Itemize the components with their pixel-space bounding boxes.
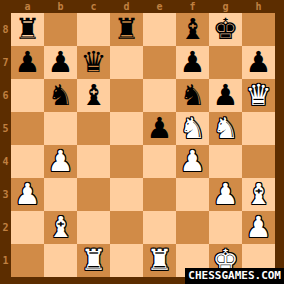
square-f2[interactable] xyxy=(176,211,209,244)
square-d5[interactable] xyxy=(110,112,143,145)
piece-black-pawn-h7: ♟ xyxy=(242,46,275,79)
piece-white-bishop-b2: ♝ xyxy=(44,211,77,244)
square-e7[interactable] xyxy=(143,46,176,79)
piece-black-pawn-b7: ♟ xyxy=(44,46,77,79)
chess-diagram: abcdefgh 87654321 ♜♜♝♚♟♟♛♟♟♞♝♞♟♛♟♞♞♟♟♟♟♝… xyxy=(0,0,284,284)
square-d7[interactable] xyxy=(110,46,143,79)
square-a7[interactable]: ♟ xyxy=(11,46,44,79)
square-f5[interactable]: ♞ xyxy=(176,112,209,145)
square-a6[interactable] xyxy=(11,79,44,112)
square-d4[interactable] xyxy=(110,145,143,178)
square-h5[interactable] xyxy=(242,112,275,145)
square-b7[interactable]: ♟ xyxy=(44,46,77,79)
square-b6[interactable]: ♞ xyxy=(44,79,77,112)
square-c4[interactable] xyxy=(77,145,110,178)
square-g2[interactable] xyxy=(209,211,242,244)
square-f3[interactable] xyxy=(176,178,209,211)
square-h8[interactable] xyxy=(242,13,275,46)
piece-black-bishop-f8: ♝ xyxy=(176,13,209,46)
rank-label-7: 7 xyxy=(0,46,11,79)
square-f7[interactable]: ♟ xyxy=(176,46,209,79)
square-e2[interactable] xyxy=(143,211,176,244)
piece-white-pawn-f4: ♟ xyxy=(176,145,209,178)
square-g3[interactable]: ♟ xyxy=(209,178,242,211)
file-label-b: b xyxy=(44,0,77,14)
square-e4[interactable] xyxy=(143,145,176,178)
square-f4[interactable]: ♟ xyxy=(176,145,209,178)
piece-white-rook-e1: ♜ xyxy=(143,244,176,277)
chess-board: ♜♜♝♚♟♟♛♟♟♞♝♞♟♛♟♞♞♟♟♟♟♝♝♟♜♜♚ xyxy=(11,13,275,277)
piece-black-pawn-e5: ♟ xyxy=(143,112,176,145)
rank-label-5: 5 xyxy=(0,112,11,145)
piece-white-rook-c1: ♜ xyxy=(77,244,110,277)
square-a8[interactable]: ♜ xyxy=(11,13,44,46)
square-c1[interactable]: ♜ xyxy=(77,244,110,277)
piece-black-rook-d8: ♜ xyxy=(110,13,143,46)
square-d1[interactable] xyxy=(110,244,143,277)
square-c7[interactable]: ♛ xyxy=(77,46,110,79)
rank-label-1: 1 xyxy=(0,244,11,277)
square-h3[interactable]: ♝ xyxy=(242,178,275,211)
square-a4[interactable] xyxy=(11,145,44,178)
square-b4[interactable]: ♟ xyxy=(44,145,77,178)
square-c5[interactable] xyxy=(77,112,110,145)
square-a2[interactable] xyxy=(11,211,44,244)
piece-white-pawn-h2: ♟ xyxy=(242,211,275,244)
rank-label-3: 3 xyxy=(0,178,11,211)
square-e5[interactable]: ♟ xyxy=(143,112,176,145)
piece-black-pawn-f7: ♟ xyxy=(176,46,209,79)
square-b2[interactable]: ♝ xyxy=(44,211,77,244)
rank-label-6: 6 xyxy=(0,79,11,112)
square-c2[interactable] xyxy=(77,211,110,244)
rank-label-2: 2 xyxy=(0,211,11,244)
piece-white-pawn-g3: ♟ xyxy=(209,178,242,211)
square-h6[interactable]: ♛ xyxy=(242,79,275,112)
piece-white-pawn-b4: ♟ xyxy=(44,145,77,178)
square-d6[interactable] xyxy=(110,79,143,112)
square-e8[interactable] xyxy=(143,13,176,46)
rank-labels: 87654321 xyxy=(0,13,11,277)
square-a3[interactable]: ♟ xyxy=(11,178,44,211)
square-c8[interactable] xyxy=(77,13,110,46)
square-d3[interactable] xyxy=(110,178,143,211)
square-b8[interactable] xyxy=(44,13,77,46)
piece-black-knight-f6: ♞ xyxy=(176,79,209,112)
file-label-h: h xyxy=(242,0,275,14)
file-label-e: e xyxy=(143,0,176,14)
square-e3[interactable] xyxy=(143,178,176,211)
piece-black-queen-c7: ♛ xyxy=(77,46,110,79)
piece-white-knight-g5: ♞ xyxy=(209,112,242,145)
piece-black-pawn-g6: ♟ xyxy=(209,79,242,112)
piece-white-pawn-a3: ♟ xyxy=(11,178,44,211)
square-g5[interactable]: ♞ xyxy=(209,112,242,145)
square-h2[interactable]: ♟ xyxy=(242,211,275,244)
square-f8[interactable]: ♝ xyxy=(176,13,209,46)
square-a1[interactable] xyxy=(11,244,44,277)
square-g8[interactable]: ♚ xyxy=(209,13,242,46)
piece-black-pawn-a7: ♟ xyxy=(11,46,44,79)
square-b5[interactable] xyxy=(44,112,77,145)
square-a5[interactable] xyxy=(11,112,44,145)
square-g7[interactable] xyxy=(209,46,242,79)
square-c3[interactable] xyxy=(77,178,110,211)
square-g6[interactable]: ♟ xyxy=(209,79,242,112)
rank-label-8: 8 xyxy=(0,13,11,46)
piece-black-bishop-c6: ♝ xyxy=(77,79,110,112)
piece-white-bishop-h3: ♝ xyxy=(242,178,275,211)
square-d8[interactable]: ♜ xyxy=(110,13,143,46)
square-h7[interactable]: ♟ xyxy=(242,46,275,79)
piece-white-knight-f5: ♞ xyxy=(176,112,209,145)
square-h4[interactable] xyxy=(242,145,275,178)
piece-black-king-g8: ♚ xyxy=(209,13,242,46)
piece-white-queen-h6: ♛ xyxy=(242,79,275,112)
square-b1[interactable] xyxy=(44,244,77,277)
square-e6[interactable] xyxy=(143,79,176,112)
square-c6[interactable]: ♝ xyxy=(77,79,110,112)
rank-label-4: 4 xyxy=(0,145,11,178)
square-d2[interactable] xyxy=(110,211,143,244)
square-f6[interactable]: ♞ xyxy=(176,79,209,112)
chessgames-watermark: CHESSGAMES.COM xyxy=(185,268,284,284)
square-b3[interactable] xyxy=(44,178,77,211)
square-g4[interactable] xyxy=(209,145,242,178)
file-label-c: c xyxy=(77,0,110,14)
piece-black-knight-b6: ♞ xyxy=(44,79,77,112)
square-e1[interactable]: ♜ xyxy=(143,244,176,277)
piece-black-rook-a8: ♜ xyxy=(11,13,44,46)
